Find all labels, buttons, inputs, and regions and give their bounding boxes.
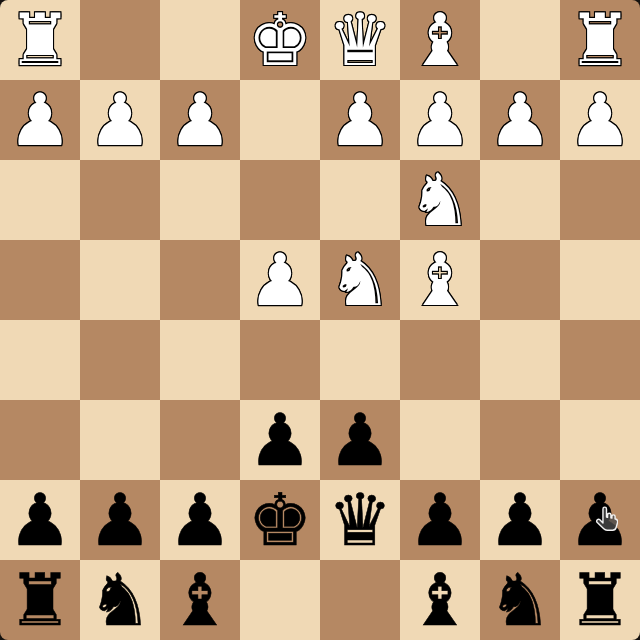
square-h3[interactable] <box>0 160 80 240</box>
square-g1[interactable] <box>80 0 160 80</box>
square-h6[interactable] <box>0 400 80 480</box>
square-c4[interactable]: ♝ <box>400 240 480 320</box>
square-d3[interactable] <box>320 160 400 240</box>
square-h5[interactable] <box>0 320 80 400</box>
white-bishop-piece[interactable]: ♝ <box>400 0 480 80</box>
square-a3[interactable] <box>560 160 640 240</box>
square-b7[interactable]: ♟ <box>480 480 560 560</box>
white-bishop-piece[interactable]: ♝ <box>400 240 480 320</box>
white-pawn-piece[interactable]: ♟ <box>80 80 160 160</box>
square-c3[interactable]: ♞ <box>400 160 480 240</box>
square-e3[interactable] <box>240 160 320 240</box>
square-a6[interactable] <box>560 400 640 480</box>
square-d2[interactable]: ♟ <box>320 80 400 160</box>
square-g3[interactable] <box>80 160 160 240</box>
square-b1[interactable] <box>480 0 560 80</box>
square-d1[interactable]: ♛ <box>320 0 400 80</box>
square-a2[interactable]: ♟ <box>560 80 640 160</box>
square-a8[interactable]: ♜ <box>560 560 640 640</box>
square-f7[interactable]: ♟ <box>160 480 240 560</box>
white-king-piece[interactable]: ♚ <box>240 0 320 80</box>
white-pawn-piece[interactable]: ♟ <box>160 80 240 160</box>
square-e2[interactable] <box>240 80 320 160</box>
square-d7[interactable]: ♛ <box>320 480 400 560</box>
black-pawn-piece[interactable]: ♟ <box>400 480 480 560</box>
white-pawn-piece[interactable]: ♟ <box>0 80 80 160</box>
chess-board: ♜♚♛♝♜♟♟♟♟♟♟♟♞♟♞♝♟♟♟♟♟♚♛♟♟♟♜♞♝♝♞♜ <box>0 0 640 640</box>
square-f5[interactable] <box>160 320 240 400</box>
white-pawn-piece[interactable]: ♟ <box>400 80 480 160</box>
black-bishop-piece[interactable]: ♝ <box>400 560 480 640</box>
white-knight-piece[interactable]: ♞ <box>400 160 480 240</box>
page: ♜♚♛♝♜♟♟♟♟♟♟♟♞♟♞♝♟♟♟♟♟♚♛♟♟♟♜♞♝♝♞♜ <box>0 0 640 640</box>
black-king-piece[interactable]: ♚ <box>240 480 320 560</box>
square-e4[interactable]: ♟ <box>240 240 320 320</box>
square-b3[interactable] <box>480 160 560 240</box>
black-pawn-piece[interactable]: ♟ <box>320 400 400 480</box>
black-rook-piece[interactable]: ♜ <box>560 560 640 640</box>
white-pawn-piece[interactable]: ♟ <box>320 80 400 160</box>
white-rook-piece[interactable]: ♜ <box>560 0 640 80</box>
black-pawn-piece[interactable]: ♟ <box>560 480 640 560</box>
white-knight-piece[interactable]: ♞ <box>320 240 400 320</box>
square-g4[interactable] <box>80 240 160 320</box>
square-d5[interactable] <box>320 320 400 400</box>
square-h1[interactable]: ♜ <box>0 0 80 80</box>
white-pawn-piece[interactable]: ♟ <box>240 240 320 320</box>
square-d8[interactable] <box>320 560 400 640</box>
black-bishop-piece[interactable]: ♝ <box>160 560 240 640</box>
square-h8[interactable]: ♜ <box>0 560 80 640</box>
square-e7[interactable]: ♚ <box>240 480 320 560</box>
square-b8[interactable]: ♞ <box>480 560 560 640</box>
square-e5[interactable] <box>240 320 320 400</box>
square-h4[interactable] <box>0 240 80 320</box>
square-c5[interactable] <box>400 320 480 400</box>
square-e6[interactable]: ♟ <box>240 400 320 480</box>
square-c1[interactable]: ♝ <box>400 0 480 80</box>
white-queen-piece[interactable]: ♛ <box>320 0 400 80</box>
square-g6[interactable] <box>80 400 160 480</box>
square-a7[interactable]: ♟ <box>560 480 640 560</box>
square-f6[interactable] <box>160 400 240 480</box>
square-g7[interactable]: ♟ <box>80 480 160 560</box>
black-pawn-piece[interactable]: ♟ <box>240 400 320 480</box>
square-g8[interactable]: ♞ <box>80 560 160 640</box>
square-d4[interactable]: ♞ <box>320 240 400 320</box>
square-c7[interactable]: ♟ <box>400 480 480 560</box>
square-f4[interactable] <box>160 240 240 320</box>
square-g2[interactable]: ♟ <box>80 80 160 160</box>
white-rook-piece[interactable]: ♜ <box>0 0 80 80</box>
square-c6[interactable] <box>400 400 480 480</box>
black-pawn-piece[interactable]: ♟ <box>0 480 80 560</box>
black-pawn-piece[interactable]: ♟ <box>80 480 160 560</box>
white-pawn-piece[interactable]: ♟ <box>560 80 640 160</box>
black-pawn-piece[interactable]: ♟ <box>160 480 240 560</box>
black-queen-piece[interactable]: ♛ <box>320 480 400 560</box>
black-rook-piece[interactable]: ♜ <box>0 560 80 640</box>
square-b6[interactable] <box>480 400 560 480</box>
white-pawn-piece[interactable]: ♟ <box>480 80 560 160</box>
square-b2[interactable]: ♟ <box>480 80 560 160</box>
black-pawn-piece[interactable]: ♟ <box>480 480 560 560</box>
square-d6[interactable]: ♟ <box>320 400 400 480</box>
square-a5[interactable] <box>560 320 640 400</box>
square-h7[interactable]: ♟ <box>0 480 80 560</box>
square-a4[interactable] <box>560 240 640 320</box>
square-c8[interactable]: ♝ <box>400 560 480 640</box>
square-f3[interactable] <box>160 160 240 240</box>
square-e8[interactable] <box>240 560 320 640</box>
black-knight-piece[interactable]: ♞ <box>80 560 160 640</box>
square-g5[interactable] <box>80 320 160 400</box>
square-h2[interactable]: ♟ <box>0 80 80 160</box>
square-f8[interactable]: ♝ <box>160 560 240 640</box>
square-b5[interactable] <box>480 320 560 400</box>
square-b4[interactable] <box>480 240 560 320</box>
square-e1[interactable]: ♚ <box>240 0 320 80</box>
black-knight-piece[interactable]: ♞ <box>480 560 560 640</box>
square-f1[interactable] <box>160 0 240 80</box>
square-f2[interactable]: ♟ <box>160 80 240 160</box>
square-a1[interactable]: ♜ <box>560 0 640 80</box>
square-c2[interactable]: ♟ <box>400 80 480 160</box>
